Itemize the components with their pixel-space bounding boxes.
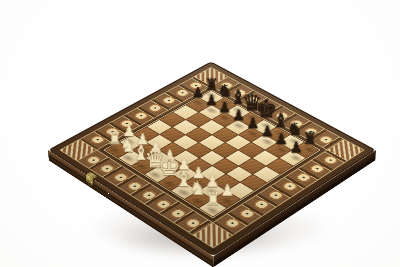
- chess-board: ♜♞♝♛♚♝♞♜♟♟♟♟♟♟♟♟♟♟♟♟♟♟♟♟♜♞♝♛♚♝♞♜: [48, 61, 376, 256]
- product-photo-stage: ♜♞♝♛♚♝♞♜♟♟♟♟♟♟♟♟♟♟♟♟♟♟♟♟♜♞♝♛♚♝♞♜: [0, 0, 400, 267]
- scene: ♜♞♝♛♚♝♞♜♟♟♟♟♟♟♟♟♟♟♟♟♟♟♟♟♜♞♝♛♚♝♞♜: [0, 0, 400, 267]
- clasp-ring: [87, 179, 92, 187]
- piece-black-pawn: ♟: [281, 137, 311, 157]
- ornament-corner: [192, 222, 233, 248]
- piece-white-rook: ♜: [197, 187, 229, 210]
